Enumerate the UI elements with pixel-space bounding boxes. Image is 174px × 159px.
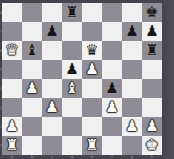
rank-label-4: 4 [0, 79, 2, 98]
square-h6[interactable]: ♜ [142, 41, 162, 60]
square-d8[interactable]: ♜ [62, 3, 82, 22]
rank-label-2: 2 [0, 117, 2, 136]
file-label-f: f [102, 155, 122, 159]
square-c1[interactable] [42, 136, 62, 155]
square-c6[interactable] [42, 41, 62, 60]
white-rook-piece: ♜ [5, 136, 18, 155]
square-c7[interactable]: ♟ [42, 22, 62, 41]
square-f7[interactable] [102, 22, 122, 41]
square-g6[interactable] [122, 41, 142, 60]
square-a7[interactable] [2, 22, 22, 41]
square-d3[interactable] [62, 98, 82, 117]
square-e7[interactable] [82, 22, 102, 41]
square-f4[interactable]: ♟ [102, 79, 122, 98]
rank-labels: 87654321 [0, 3, 2, 155]
white-bishop-piece: ♝ [65, 79, 78, 98]
rank-label-3: 3 [0, 98, 2, 117]
square-d1[interactable] [62, 136, 82, 155]
square-a2[interactable]: ♟ [2, 117, 22, 136]
square-b2[interactable] [22, 117, 42, 136]
square-f3[interactable]: ♟ [102, 98, 122, 117]
white-rook-piece: ♜ [85, 136, 98, 155]
file-label-g: g [122, 155, 142, 159]
square-h2[interactable]: ♟ [142, 117, 162, 136]
file-label-d: d [62, 155, 82, 159]
square-b7[interactable] [22, 22, 42, 41]
square-d5[interactable]: ♟ [62, 60, 82, 79]
square-b4[interactable]: ♟ [22, 79, 42, 98]
square-e2[interactable] [82, 117, 102, 136]
square-d4[interactable]: ♝ [62, 79, 82, 98]
square-f6[interactable] [102, 41, 122, 60]
square-g8[interactable] [122, 3, 142, 22]
square-d2[interactable] [62, 117, 82, 136]
rank-label-7: 7 [0, 22, 2, 41]
square-e1[interactable]: ♜ [82, 136, 102, 155]
file-label-a: a [2, 155, 22, 159]
square-c4[interactable] [42, 79, 62, 98]
black-bishop-piece: ♝ [25, 41, 38, 60]
square-f2[interactable] [102, 117, 122, 136]
square-b1[interactable] [22, 136, 42, 155]
black-queen-piece: ♛ [85, 41, 98, 60]
chess-diagram: ♜♚♟♟♟♛♝♛♜♟♟♟♝♟♟♟♟♟♟♜♜♚ 87654321 abcdefgh [0, 0, 174, 159]
square-b5[interactable] [22, 60, 42, 79]
square-c2[interactable] [42, 117, 62, 136]
square-b8[interactable] [22, 3, 42, 22]
square-c8[interactable] [42, 3, 62, 22]
square-g1[interactable] [122, 136, 142, 155]
white-queen-piece: ♛ [5, 41, 18, 60]
black-rook-piece: ♜ [65, 3, 78, 22]
square-a5[interactable] [2, 60, 22, 79]
white-pawn-piece: ♟ [5, 117, 18, 136]
square-c5[interactable] [42, 60, 62, 79]
square-b6[interactable]: ♝ [22, 41, 42, 60]
white-pawn-piece: ♟ [85, 60, 98, 79]
chess-board: ♜♚♟♟♟♛♝♛♜♟♟♟♝♟♟♟♟♟♟♜♜♚ [2, 3, 162, 155]
square-e6[interactable]: ♛ [82, 41, 102, 60]
white-pawn-piece: ♟ [105, 98, 118, 117]
square-a4[interactable] [2, 79, 22, 98]
square-a6[interactable]: ♛ [2, 41, 22, 60]
white-pawn-piece: ♟ [45, 98, 58, 117]
black-pawn-piece: ♟ [45, 22, 58, 41]
square-e4[interactable] [82, 79, 102, 98]
rank-label-1: 1 [0, 136, 2, 155]
square-g3[interactable] [122, 98, 142, 117]
square-f1[interactable] [102, 136, 122, 155]
square-h1[interactable]: ♚ [142, 136, 162, 155]
square-e5[interactable]: ♟ [82, 60, 102, 79]
file-labels: abcdefgh [2, 155, 162, 159]
file-label-e: e [82, 155, 102, 159]
black-pawn-piece: ♟ [125, 22, 138, 41]
black-pawn-piece: ♟ [145, 22, 158, 41]
square-f8[interactable] [102, 3, 122, 22]
board-frame-right [162, 0, 174, 159]
file-label-h: h [142, 155, 162, 159]
black-rook-piece: ♜ [145, 41, 158, 60]
square-d7[interactable] [62, 22, 82, 41]
rank-label-5: 5 [0, 60, 2, 79]
square-e3[interactable] [82, 98, 102, 117]
rank-label-8: 8 [0, 3, 2, 22]
square-h8[interactable]: ♚ [142, 3, 162, 22]
square-h7[interactable]: ♟ [142, 22, 162, 41]
square-h5[interactable] [142, 60, 162, 79]
square-b3[interactable] [22, 98, 42, 117]
square-f5[interactable] [102, 60, 122, 79]
rank-label-6: 6 [0, 41, 2, 60]
square-a1[interactable]: ♜ [2, 136, 22, 155]
file-label-b: b [22, 155, 42, 159]
square-a3[interactable] [2, 98, 22, 117]
square-g4[interactable] [122, 79, 142, 98]
square-c3[interactable]: ♟ [42, 98, 62, 117]
file-label-c: c [42, 155, 62, 159]
square-a8[interactable] [2, 3, 22, 22]
black-king-piece: ♚ [145, 3, 158, 22]
square-g7[interactable]: ♟ [122, 22, 142, 41]
square-h3[interactable] [142, 98, 162, 117]
white-pawn-piece: ♟ [125, 117, 138, 136]
square-g5[interactable] [122, 60, 142, 79]
square-g2[interactable]: ♟ [122, 117, 142, 136]
black-pawn-piece: ♟ [105, 79, 118, 98]
square-e8[interactable] [82, 3, 102, 22]
black-pawn-piece: ♟ [65, 60, 78, 79]
white-pawn-piece: ♟ [25, 79, 38, 98]
white-king-piece: ♚ [145, 136, 158, 155]
square-d6[interactable] [62, 41, 82, 60]
square-h4[interactable] [142, 79, 162, 98]
white-pawn-piece: ♟ [145, 117, 158, 136]
